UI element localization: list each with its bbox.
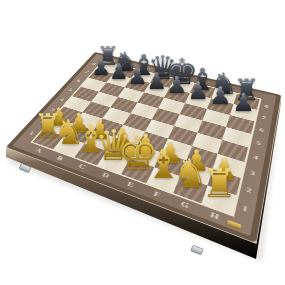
piece-black-pawn-g7[interactable]: ♟ — [209, 85, 231, 110]
piece-black-pawn-b7[interactable]: ♟ — [109, 61, 129, 83]
coord-rank-right-8: 8 — [264, 104, 269, 109]
coord-rank-right-6: 6 — [259, 127, 264, 133]
piece-white-rook-h1[interactable]: ♜ — [202, 165, 237, 204]
piece-black-pawn-f7[interactable]: ♟ — [187, 80, 208, 104]
coord-rank-right-3: 3 — [249, 169, 255, 177]
coord-rank-right-5: 5 — [256, 140, 262, 147]
piece-black-pawn-d7[interactable]: ♟ — [147, 70, 168, 93]
coord-rank-right-7: 7 — [261, 115, 266, 121]
piece-black-pawn-c7[interactable]: ♟ — [127, 65, 147, 87]
piece-black-pawn-e7[interactable]: ♟ — [167, 75, 188, 98]
piece-black-pawn-h7[interactable]: ♟ — [232, 90, 255, 115]
chess-set-photo: AA88BB77CC66DD55EE44FF33GG22HH11 ♜♞♝♛♚♝♞… — [0, 0, 285, 285]
piece-black-pawn-a7[interactable]: ♟ — [91, 57, 110, 79]
coord-rank-right-4: 4 — [253, 154, 259, 161]
coord-rank-right-1: 1 — [242, 204, 249, 213]
coord-rank-right-2: 2 — [246, 186, 253, 195]
clasp-hinge-front — [191, 245, 203, 255]
